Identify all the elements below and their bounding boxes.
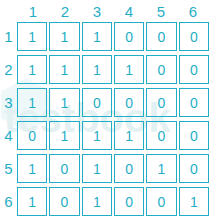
matrix-cell: 0 (17, 121, 47, 150)
matrix-row-5: 5 1 0 1 0 1 0 (0, 154, 210, 183)
matrix-cell: 1 (17, 55, 47, 84)
matrix-cell: 1 (49, 121, 79, 150)
matrix-row-box: 1 1 1 1 0 0 (17, 55, 209, 84)
column-header-3: 3 (81, 4, 113, 19)
row-header-4: 4 (0, 121, 17, 150)
matrix-cell: 1 (82, 55, 112, 84)
matrix-figure: testbook 1 2 3 4 5 6 1 1 1 1 0 0 0 2 1 1 (0, 0, 210, 218)
matrix-row-box: 1 1 1 0 0 0 (17, 22, 209, 51)
column-header-2: 2 (49, 4, 81, 19)
row-header-2: 2 (0, 55, 17, 84)
matrix-cell: 1 (17, 154, 47, 183)
matrix-cell: 0 (114, 22, 144, 51)
matrix-cell: 1 (82, 154, 112, 183)
column-header-4: 4 (113, 4, 145, 19)
matrix-cell: 0 (146, 88, 176, 117)
matrix-cell: 0 (179, 55, 209, 84)
matrix-cell: 0 (114, 187, 144, 216)
matrix-cell: 1 (49, 22, 79, 51)
matrix-cell: 1 (82, 121, 112, 150)
column-header-5: 5 (145, 4, 177, 19)
matrix-cell: 1 (49, 55, 79, 84)
matrix-cell: 0 (114, 88, 144, 117)
matrix-row-box: 0 1 1 1 0 0 (17, 121, 209, 150)
matrix-cell: 0 (49, 154, 79, 183)
row-header-1: 1 (0, 22, 17, 51)
matrix-cell: 1 (82, 22, 112, 51)
matrix-cell: 1 (49, 88, 79, 117)
matrix-cell: 1 (17, 88, 47, 117)
column-header-1: 1 (17, 4, 49, 19)
matrix-cell: 1 (114, 55, 144, 84)
matrix-row-box: 1 0 1 0 1 0 (17, 154, 209, 183)
column-header-6: 6 (177, 4, 209, 19)
matrix-row-2: 2 1 1 1 1 0 0 (0, 55, 210, 84)
matrix-cell: 1 (114, 121, 144, 150)
matrix-cell: 0 (82, 88, 112, 117)
matrix-cell: 1 (82, 187, 112, 216)
matrix-cell: 0 (179, 154, 209, 183)
matrix-row-1: 1 1 1 1 0 0 0 (0, 22, 210, 51)
matrix-cell: 0 (146, 121, 176, 150)
matrix-cell: 0 (179, 88, 209, 117)
row-header-6: 6 (0, 187, 17, 216)
matrix-cell: 1 (17, 187, 47, 216)
matrix-cell: 0 (146, 187, 176, 216)
matrix-grid: 1 1 1 1 0 0 0 2 1 1 1 1 0 0 3 (0, 22, 210, 216)
matrix-row-3: 3 1 1 0 0 0 0 (0, 88, 210, 117)
matrix-cell: 0 (114, 154, 144, 183)
matrix-row-box: 1 0 1 0 0 1 (17, 187, 209, 216)
matrix-row-6: 6 1 0 1 0 0 1 (0, 187, 210, 216)
matrix-cell: 1 (17, 22, 47, 51)
column-headers: 1 2 3 4 5 6 (0, 0, 210, 22)
matrix-cell: 0 (146, 22, 176, 51)
matrix-row-4: 4 0 1 1 1 0 0 (0, 121, 210, 150)
matrix-cell: 0 (179, 121, 209, 150)
row-header-5: 5 (0, 154, 17, 183)
matrix-cell: 1 (146, 154, 176, 183)
matrix-cell: 0 (146, 55, 176, 84)
row-header-3: 3 (0, 88, 17, 117)
matrix-cell: 0 (49, 187, 79, 216)
matrix-cell: 0 (179, 22, 209, 51)
matrix-cell: 1 (179, 187, 209, 216)
matrix-row-box: 1 1 0 0 0 0 (17, 88, 209, 117)
